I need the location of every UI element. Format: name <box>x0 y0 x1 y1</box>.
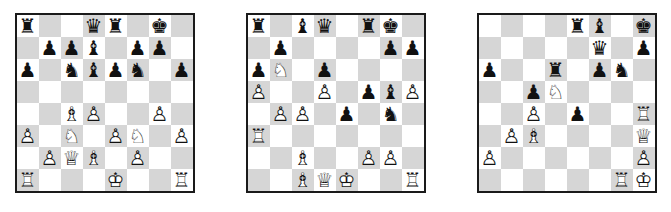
square-c7 <box>292 37 314 59</box>
square-e6 <box>336 59 358 81</box>
square-f5 <box>589 81 611 103</box>
square-d4 <box>314 103 336 125</box>
square-c3: ♝♗ <box>523 125 545 147</box>
square-a8: ♜ <box>17 15 39 37</box>
square-d6: ♟ <box>314 59 336 81</box>
square-h1: ♜♖ <box>171 169 193 191</box>
piece-white-rook: ♜♖ <box>611 169 633 191</box>
piece-white-pawn: ♟♙ <box>248 81 270 103</box>
square-a8 <box>479 15 501 37</box>
square-g6 <box>149 59 171 81</box>
square-c1 <box>61 169 83 191</box>
square-c5: ♟ <box>523 81 545 103</box>
square-b2: ♟♙ <box>39 147 61 169</box>
piece-white-knight: ♞♘ <box>61 125 83 147</box>
square-c6: ♞ <box>61 59 83 81</box>
square-g3 <box>611 125 633 147</box>
square-b7: ♟ <box>270 37 292 59</box>
square-f3 <box>589 125 611 147</box>
square-d1 <box>83 169 105 191</box>
square-c3 <box>292 125 314 147</box>
piece-black-rook: ♜ <box>105 15 127 37</box>
square-h7 <box>171 37 193 59</box>
square-g4: ♟♙ <box>149 103 171 125</box>
square-g8 <box>611 15 633 37</box>
square-e4 <box>105 103 127 125</box>
square-e1 <box>567 169 589 191</box>
piece-black-pawn: ♟ <box>149 37 171 59</box>
square-h6: ♟ <box>171 59 193 81</box>
square-c8 <box>523 15 545 37</box>
square-b7 <box>501 37 523 59</box>
square-d1 <box>545 169 567 191</box>
square-f6: ♟ <box>589 59 611 81</box>
square-h6 <box>633 59 655 81</box>
square-d8: ♛ <box>83 15 105 37</box>
square-e2 <box>336 147 358 169</box>
square-b3 <box>39 125 61 147</box>
square-a6: ♟ <box>17 59 39 81</box>
square-c4: ♟♙ <box>523 103 545 125</box>
piece-white-bishop: ♝♗ <box>83 147 105 169</box>
piece-white-rook: ♜♖ <box>633 103 655 125</box>
piece-black-pawn: ♟ <box>402 37 424 59</box>
piece-white-pawn: ♟♙ <box>39 147 61 169</box>
piece-white-pawn: ♟♙ <box>83 103 105 125</box>
piece-black-knight: ♞ <box>380 103 402 125</box>
square-a6: ♟ <box>248 59 270 81</box>
piece-black-pawn: ♟ <box>314 59 336 81</box>
square-d2 <box>314 147 336 169</box>
piece-white-rook: ♜♖ <box>171 169 193 191</box>
square-g7 <box>611 37 633 59</box>
square-f3: ♞♘ <box>127 125 149 147</box>
square-b3 <box>270 125 292 147</box>
square-b1 <box>39 169 61 191</box>
square-d5: ♟♙ <box>314 81 336 103</box>
square-d1: ♛♕ <box>314 169 336 191</box>
piece-black-pawn: ♟ <box>523 81 545 103</box>
piece-white-pawn: ♟♙ <box>105 125 127 147</box>
square-g4 <box>611 103 633 125</box>
square-e8: ♜ <box>105 15 127 37</box>
piece-black-pawn: ♟ <box>61 37 83 59</box>
piece-white-king: ♚♔ <box>633 169 655 191</box>
square-b8 <box>270 15 292 37</box>
piece-black-pawn: ♟ <box>567 103 589 125</box>
piece-white-queen: ♛♕ <box>314 169 336 191</box>
square-c7 <box>523 37 545 59</box>
piece-white-pawn: ♟♙ <box>633 147 655 169</box>
square-e6 <box>567 59 589 81</box>
square-c2: ♛♕ <box>61 147 83 169</box>
square-b7: ♟ <box>39 37 61 59</box>
square-a2: ♟♙ <box>479 147 501 169</box>
square-d6: ♜ <box>545 59 567 81</box>
square-h7: ♟ <box>633 37 655 59</box>
square-h1: ♚♔ <box>633 169 655 191</box>
square-c8 <box>61 15 83 37</box>
square-f6 <box>358 59 380 81</box>
square-f4 <box>589 103 611 125</box>
square-f8: ♝ <box>589 15 611 37</box>
square-e5 <box>567 81 589 103</box>
piece-black-pawn: ♟ <box>270 37 292 59</box>
square-a7 <box>479 37 501 59</box>
square-d8 <box>545 15 567 37</box>
square-g7: ♟ <box>149 37 171 59</box>
square-f8 <box>127 15 149 37</box>
square-a4 <box>479 103 501 125</box>
square-g5 <box>149 81 171 103</box>
square-h1: ♜♖ <box>402 169 424 191</box>
square-b1 <box>501 169 523 191</box>
square-d7: ♝ <box>83 37 105 59</box>
piece-white-queen: ♛♕ <box>633 125 655 147</box>
piece-white-pawn: ♟♙ <box>479 147 501 169</box>
piece-black-bishop: ♝ <box>380 81 402 103</box>
square-d7 <box>545 37 567 59</box>
square-g7: ♟ <box>380 37 402 59</box>
square-a1: ♜♖ <box>17 169 39 191</box>
piece-black-rook: ♜ <box>248 15 270 37</box>
square-b5 <box>39 81 61 103</box>
square-c8: ♝ <box>292 15 314 37</box>
square-e1: ♚♔ <box>336 169 358 191</box>
square-b5 <box>270 81 292 103</box>
square-a4 <box>248 103 270 125</box>
square-e7 <box>105 37 127 59</box>
piece-black-pawn: ♟ <box>127 37 149 59</box>
square-d5 <box>83 81 105 103</box>
square-h2 <box>171 147 193 169</box>
piece-black-rook: ♜ <box>545 59 567 81</box>
square-f2: ♟♙ <box>127 147 149 169</box>
square-h4 <box>402 103 424 125</box>
square-a1 <box>248 169 270 191</box>
piece-black-rook: ♜ <box>567 15 589 37</box>
piece-black-bishop: ♝ <box>292 15 314 37</box>
piece-black-queen: ♛ <box>589 37 611 59</box>
square-a3: ♟♙ <box>17 125 39 147</box>
piece-black-queen: ♛ <box>83 15 105 37</box>
square-c5 <box>61 81 83 103</box>
piece-black-king: ♚ <box>380 15 402 37</box>
piece-black-pawn: ♟ <box>633 37 655 59</box>
square-d3 <box>314 125 336 147</box>
piece-white-pawn: ♟♙ <box>292 103 314 125</box>
square-h8 <box>402 15 424 37</box>
square-e4: ♟ <box>336 103 358 125</box>
piece-white-king: ♚♔ <box>336 169 358 191</box>
square-f2 <box>589 147 611 169</box>
square-d3 <box>83 125 105 147</box>
chess-board-1: ♜♛♜♚♟♟♝♟♟♟♞♝♟♞♟♝♗♟♙♟♙♟♙♞♘♟♙♞♘♟♙♟♙♛♕♝♗♟♙♜… <box>15 13 195 193</box>
square-c4: ♟♙ <box>292 103 314 125</box>
square-f1 <box>589 169 611 191</box>
square-d6: ♝ <box>83 59 105 81</box>
piece-white-pawn: ♟♙ <box>523 103 545 125</box>
square-f7 <box>358 37 380 59</box>
square-g1 <box>149 169 171 191</box>
square-d4 <box>545 103 567 125</box>
square-g6: ♞ <box>611 59 633 81</box>
square-c6 <box>523 59 545 81</box>
square-f4 <box>358 103 380 125</box>
square-e7 <box>567 37 589 59</box>
square-a5: ♟♙ <box>248 81 270 103</box>
square-e6: ♟ <box>105 59 127 81</box>
piece-black-pawn: ♟ <box>39 37 61 59</box>
square-c1 <box>523 169 545 191</box>
square-d8: ♛ <box>314 15 336 37</box>
square-f6: ♞ <box>127 59 149 81</box>
piece-white-rook: ♜♖ <box>402 169 424 191</box>
square-g5: ♝ <box>380 81 402 103</box>
square-c7: ♟ <box>61 37 83 59</box>
piece-black-king: ♚ <box>633 15 655 37</box>
square-g2: ♟♙ <box>380 147 402 169</box>
square-e2 <box>105 147 127 169</box>
square-h8: ♚ <box>633 15 655 37</box>
square-b4: ♟♙ <box>270 103 292 125</box>
square-c3: ♞♘ <box>61 125 83 147</box>
square-f1 <box>358 169 380 191</box>
square-g5 <box>611 81 633 103</box>
piece-black-rook: ♜ <box>17 15 39 37</box>
piece-white-pawn: ♟♙ <box>380 147 402 169</box>
square-b6: ♞♘ <box>270 59 292 81</box>
square-d2 <box>545 147 567 169</box>
piece-white-knight: ♞♘ <box>545 81 567 103</box>
piece-white-pawn: ♟♙ <box>270 103 292 125</box>
piece-black-knight: ♞ <box>611 59 633 81</box>
square-g8: ♚ <box>149 15 171 37</box>
square-b2 <box>270 147 292 169</box>
piece-black-rook: ♜ <box>358 15 380 37</box>
square-h5 <box>171 81 193 103</box>
square-a2 <box>17 147 39 169</box>
piece-white-bishop: ♝♗ <box>61 103 83 125</box>
square-a1 <box>479 169 501 191</box>
square-g1: ♜♖ <box>611 169 633 191</box>
square-c4: ♝♗ <box>61 103 83 125</box>
square-h2 <box>402 147 424 169</box>
square-e8: ♜ <box>567 15 589 37</box>
piece-white-rook: ♜♖ <box>248 125 270 147</box>
square-b5 <box>501 81 523 103</box>
piece-black-king: ♚ <box>149 15 171 37</box>
square-h4: ♜♖ <box>633 103 655 125</box>
piece-black-pawn: ♟ <box>380 37 402 59</box>
piece-black-pawn: ♟ <box>358 81 380 103</box>
square-f1 <box>127 169 149 191</box>
piece-black-pawn: ♟ <box>336 103 358 125</box>
square-g2 <box>611 147 633 169</box>
square-g4: ♞ <box>380 103 402 125</box>
square-g6 <box>380 59 402 81</box>
piece-white-pawn: ♟♙ <box>17 125 39 147</box>
square-e3 <box>567 125 589 147</box>
square-d7 <box>314 37 336 59</box>
square-g3 <box>149 125 171 147</box>
square-c2 <box>523 147 545 169</box>
square-f3 <box>358 125 380 147</box>
square-g1 <box>380 169 402 191</box>
square-f5: ♟ <box>358 81 380 103</box>
piece-white-pawn: ♟♙ <box>501 125 523 147</box>
square-a6: ♟ <box>479 59 501 81</box>
square-f2: ♟♙ <box>358 147 380 169</box>
square-b2 <box>501 147 523 169</box>
square-f8: ♜ <box>358 15 380 37</box>
square-h4 <box>171 103 193 125</box>
square-a4 <box>17 103 39 125</box>
square-c6 <box>292 59 314 81</box>
piece-black-pawn: ♟ <box>171 59 193 81</box>
square-b4 <box>501 103 523 125</box>
piece-black-knight: ♞ <box>127 59 149 81</box>
chess-board-2: ♜♝♛♜♚♟♟♟♟♞♘♟♟♙♟♙♟♝♟♙♟♙♟♙♟♞♜♖♝♗♟♙♟♙♝♗♛♕♚♔… <box>246 13 426 193</box>
square-f7: ♛ <box>589 37 611 59</box>
square-a3: ♜♖ <box>248 125 270 147</box>
square-h7: ♟ <box>402 37 424 59</box>
piece-black-pawn: ♟ <box>248 59 270 81</box>
piece-black-pawn: ♟ <box>589 59 611 81</box>
square-d5: ♞♘ <box>545 81 567 103</box>
square-d4: ♟♙ <box>83 103 105 125</box>
square-h2: ♟♙ <box>633 147 655 169</box>
piece-black-pawn: ♟ <box>17 59 39 81</box>
piece-white-bishop: ♝♗ <box>292 147 314 169</box>
square-a7 <box>248 37 270 59</box>
square-h3: ♟♙ <box>171 125 193 147</box>
piece-white-pawn: ♟♙ <box>127 147 149 169</box>
square-a5 <box>17 81 39 103</box>
square-b3: ♟♙ <box>501 125 523 147</box>
piece-black-queen: ♛ <box>314 15 336 37</box>
square-e5 <box>105 81 127 103</box>
piece-white-bishop: ♝♗ <box>523 125 545 147</box>
square-g3 <box>380 125 402 147</box>
chess-board-3: ♜♝♚♛♟♟♜♟♞♟♞♘♟♙♟♜♖♟♙♝♗♛♕♟♙♟♙♜♖♚♔ <box>477 13 657 193</box>
square-h5 <box>633 81 655 103</box>
square-f4 <box>127 103 149 125</box>
piece-white-king: ♚♔ <box>105 169 127 191</box>
piece-white-queen: ♛♕ <box>61 147 83 169</box>
square-a8: ♜ <box>248 15 270 37</box>
square-e2 <box>567 147 589 169</box>
piece-white-rook: ♜♖ <box>17 169 39 191</box>
piece-white-pawn: ♟♙ <box>149 103 171 125</box>
piece-black-bishop: ♝ <box>83 37 105 59</box>
piece-white-pawn: ♟♙ <box>314 81 336 103</box>
square-d3 <box>545 125 567 147</box>
square-f5 <box>127 81 149 103</box>
square-e8 <box>336 15 358 37</box>
square-e5 <box>336 81 358 103</box>
square-d2: ♝♗ <box>83 147 105 169</box>
square-e3 <box>336 125 358 147</box>
square-a3 <box>479 125 501 147</box>
piece-white-knight: ♞♘ <box>270 59 292 81</box>
square-b4 <box>39 103 61 125</box>
square-b1 <box>270 169 292 191</box>
square-g2 <box>149 147 171 169</box>
square-b6 <box>39 59 61 81</box>
piece-black-bishop: ♝ <box>589 15 611 37</box>
square-b8 <box>501 15 523 37</box>
square-c5 <box>292 81 314 103</box>
square-e7 <box>336 37 358 59</box>
piece-white-bishop: ♝♗ <box>292 169 314 191</box>
square-h6 <box>402 59 424 81</box>
square-f7: ♟ <box>127 37 149 59</box>
piece-white-pawn: ♟♙ <box>402 81 424 103</box>
piece-black-pawn: ♟ <box>105 59 127 81</box>
square-a7 <box>17 37 39 59</box>
square-e3: ♟♙ <box>105 125 127 147</box>
piece-black-bishop: ♝ <box>83 59 105 81</box>
square-c1: ♝♗ <box>292 169 314 191</box>
square-h8 <box>171 15 193 37</box>
square-h3: ♛♕ <box>633 125 655 147</box>
square-c2: ♝♗ <box>292 147 314 169</box>
piece-black-pawn: ♟ <box>479 59 501 81</box>
square-b8 <box>39 15 61 37</box>
square-e4: ♟ <box>567 103 589 125</box>
square-g8: ♚ <box>380 15 402 37</box>
square-b6 <box>501 59 523 81</box>
square-h5: ♟♙ <box>402 81 424 103</box>
square-h3 <box>402 125 424 147</box>
square-a2 <box>248 147 270 169</box>
piece-black-knight: ♞ <box>61 59 83 81</box>
square-e1: ♚♔ <box>105 169 127 191</box>
piece-white-knight: ♞♘ <box>127 125 149 147</box>
square-a5 <box>479 81 501 103</box>
piece-white-pawn: ♟♙ <box>171 125 193 147</box>
diagram-strip: ♜♛♜♚♟♟♝♟♟♟♞♝♟♞♟♝♗♟♙♟♙♟♙♞♘♟♙♞♘♟♙♟♙♛♕♝♗♟♙♜… <box>0 0 671 193</box>
piece-white-pawn: ♟♙ <box>358 147 380 169</box>
